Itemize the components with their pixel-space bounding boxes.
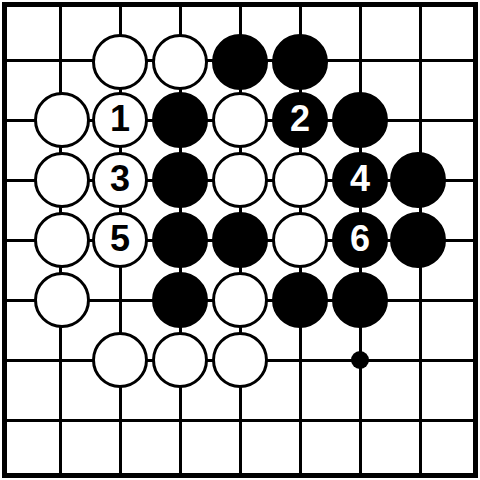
- intersection-G8: [330, 34, 390, 90]
- intersection-J9: [446, 0, 480, 34]
- intersection-F4: [270, 270, 330, 330]
- intersection-B8: [34, 34, 90, 90]
- intersection-B7: [34, 90, 90, 150]
- intersection-H9: [390, 0, 446, 34]
- intersection-J2: [446, 390, 480, 446]
- intersection-A6: [0, 150, 34, 210]
- intersection-C2: [90, 390, 150, 446]
- intersection-J7: [446, 90, 480, 150]
- intersection-F8: [270, 34, 330, 90]
- black-stone-F8: [272, 34, 328, 90]
- black-stone-F7-move-2: 2: [272, 92, 328, 148]
- intersection-D9: [150, 0, 210, 34]
- intersection-E6: [210, 150, 270, 210]
- intersection-C4: [90, 270, 150, 330]
- intersection-A4: [0, 270, 34, 330]
- move-number-label: 6: [350, 221, 370, 257]
- intersection-C5: 5: [90, 210, 150, 270]
- white-stone-C5-move-5: 5: [92, 212, 148, 268]
- intersection-A8: [0, 34, 34, 90]
- intersection-E8: [210, 34, 270, 90]
- intersection-E7: [210, 90, 270, 150]
- white-stone-F6: [272, 152, 328, 208]
- intersection-B5: [34, 210, 90, 270]
- intersection-C1: [90, 446, 150, 480]
- intersection-G5: 6: [330, 210, 390, 270]
- white-stone-E6: [212, 152, 268, 208]
- intersection-D2: [150, 390, 210, 446]
- white-stone-D8: [152, 34, 208, 90]
- intersection-H1: [390, 446, 446, 480]
- black-stone-G7: [332, 92, 388, 148]
- intersection-D4: [150, 270, 210, 330]
- white-stone-C3: [92, 332, 148, 388]
- black-stone-G6-move-4: 4: [332, 152, 388, 208]
- intersection-D8: [150, 34, 210, 90]
- intersection-A2: [0, 390, 34, 446]
- intersection-A9: [0, 0, 34, 34]
- black-stone-D5: [152, 212, 208, 268]
- intersection-J5: [446, 210, 480, 270]
- intersection-D3: [150, 330, 210, 390]
- intersection-B9: [34, 0, 90, 34]
- intersection-E9: [210, 0, 270, 34]
- intersection-A5: [0, 210, 34, 270]
- intersection-C8: [90, 34, 150, 90]
- white-stone-E4: [212, 272, 268, 328]
- intersection-D6: [150, 150, 210, 210]
- white-stone-C7-move-1: 1: [92, 92, 148, 148]
- intersection-D5: [150, 210, 210, 270]
- intersection-F7: 2: [270, 90, 330, 150]
- white-stone-F5: [272, 212, 328, 268]
- white-stone-B6: [34, 152, 90, 208]
- white-stone-C6-move-3: 3: [92, 152, 148, 208]
- intersection-H6: [390, 150, 446, 210]
- intersection-B3: [34, 330, 90, 390]
- intersection-G2: [330, 390, 390, 446]
- black-stone-G4: [332, 272, 388, 328]
- intersection-H3: [390, 330, 446, 390]
- white-stone-B5: [34, 212, 90, 268]
- intersection-H2: [390, 390, 446, 446]
- intersection-G1: [330, 446, 390, 480]
- intersection-E4: [210, 270, 270, 330]
- intersection-E5: [210, 210, 270, 270]
- white-stone-B4: [34, 272, 90, 328]
- intersection-J4: [446, 270, 480, 330]
- intersection-F9: [270, 0, 330, 34]
- intersection-D7: [150, 90, 210, 150]
- black-stone-H6: [390, 152, 446, 208]
- intersection-A1: [0, 446, 34, 480]
- white-stone-B7: [34, 92, 90, 148]
- intersection-F5: [270, 210, 330, 270]
- white-stone-E3: [212, 332, 268, 388]
- intersection-F2: [270, 390, 330, 446]
- move-number-label: 3: [110, 161, 130, 197]
- intersection-H8: [390, 34, 446, 90]
- intersection-C6: 3: [90, 150, 150, 210]
- intersection-E3: [210, 330, 270, 390]
- intersection-J3: [446, 330, 480, 390]
- intersection-B1: [34, 446, 90, 480]
- move-number-label: 1: [110, 101, 130, 137]
- white-stone-C8: [92, 34, 148, 90]
- move-number-label: 4: [350, 161, 370, 197]
- intersection-B6: [34, 150, 90, 210]
- black-stone-H5: [390, 212, 446, 268]
- intersection-J8: [446, 34, 480, 90]
- black-stone-D4: [152, 272, 208, 328]
- black-stone-F4: [272, 272, 328, 328]
- go-board: 123456: [0, 0, 480, 480]
- intersection-E2: [210, 390, 270, 446]
- intersection-H7: [390, 90, 446, 150]
- intersection-D1: [150, 446, 210, 480]
- black-stone-E5: [212, 212, 268, 268]
- intersection-F1: [270, 446, 330, 480]
- intersection-B2: [34, 390, 90, 446]
- black-stone-G5-move-6: 6: [332, 212, 388, 268]
- intersection-J6: [446, 150, 480, 210]
- intersection-A7: [0, 90, 34, 150]
- black-stone-D7: [152, 92, 208, 148]
- white-stone-E7: [212, 92, 268, 148]
- intersection-B4: [34, 270, 90, 330]
- intersection-H5: [390, 210, 446, 270]
- intersection-C3: [90, 330, 150, 390]
- move-number-label: 5: [110, 221, 130, 257]
- intersection-G3: [330, 330, 390, 390]
- intersection-G6: 4: [330, 150, 390, 210]
- intersection-G7: [330, 90, 390, 150]
- intersection-E1: [210, 446, 270, 480]
- white-stone-D3: [152, 332, 208, 388]
- intersection-F3: [270, 330, 330, 390]
- intersection-F6: [270, 150, 330, 210]
- intersection-H4: [390, 270, 446, 330]
- intersection-J1: [446, 446, 480, 480]
- intersection-G9: [330, 0, 390, 34]
- intersection-C7: 1: [90, 90, 150, 150]
- intersection-A3: [0, 330, 34, 390]
- intersection-G4: [330, 270, 390, 330]
- stones-layer: 123456: [0, 0, 480, 480]
- black-stone-D6: [152, 152, 208, 208]
- black-stone-E8: [212, 34, 268, 90]
- move-number-label: 2: [290, 101, 310, 137]
- intersection-C9: [90, 0, 150, 34]
